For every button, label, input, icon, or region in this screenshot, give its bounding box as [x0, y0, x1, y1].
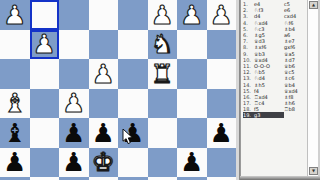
square-e2[interactable]	[89, 0, 119, 30]
move-white[interactable]: g3	[254, 112, 284, 118]
square-b6[interactable]	[177, 118, 207, 148]
move-white[interactable]: ♗xf6	[254, 44, 284, 50]
square-b2[interactable]: ♟	[177, 0, 207, 30]
square-rank8-sliver	[0, 177, 30, 180]
move-black[interactable]: ♕b4	[284, 82, 306, 88]
move-number: 11.	[243, 63, 254, 69]
move-white[interactable]: e4	[254, 1, 284, 7]
move-white[interactable]: ♗h5	[254, 82, 284, 88]
move-row-5: 5.♘c3♗b4	[243, 26, 307, 32]
move-number: 15.	[243, 88, 254, 94]
move-list-panel: 1.e4c52.♘f3e63.d4cxd44.♘xd4♘f65.♘c3♗b46.…	[240, 0, 320, 180]
square-h7[interactable]: ♟	[0, 148, 30, 178]
square-b5[interactable]	[177, 89, 207, 119]
move-number: 16.	[243, 94, 254, 100]
move-row-10: 10.♕xd4♗d7	[243, 57, 307, 63]
move-black[interactable]: c5	[284, 1, 306, 7]
chess-board[interactable]: ♟♟♟♟♟♞♟♜♝♟♝♟♟♟♟♟♟♚♟	[0, 0, 236, 180]
square-c2[interactable]: ♟	[148, 0, 178, 30]
square-rank8-sliver	[30, 177, 60, 180]
square-g7[interactable]	[30, 148, 60, 178]
square-h3[interactable]	[0, 30, 30, 60]
move-black[interactable]: ♕a5	[284, 51, 306, 57]
square-rank8-sliver	[59, 177, 89, 180]
move-row-18: 18.f5♖b8	[243, 106, 307, 112]
black-pawn-d6[interactable]: ♟	[118, 118, 148, 148]
move-row-1: 1.e4c5	[243, 1, 307, 7]
white-bishop-h5[interactable]: ♝	[0, 89, 30, 119]
white-pawn-c2[interactable]: ♟	[148, 0, 178, 30]
square-a6[interactable]: ♟	[207, 118, 237, 148]
square-c5[interactable]	[148, 89, 178, 119]
white-pawn-h2[interactable]: ♟	[0, 0, 30, 30]
move-white[interactable]: ♕xd4	[254, 57, 284, 63]
move-white[interactable]: ♕b3	[254, 51, 284, 57]
white-pawn-a2[interactable]: ♟	[207, 0, 237, 30]
scroll-down-icon[interactable]: ▼	[309, 167, 318, 175]
square-c3[interactable]: ♞	[148, 30, 178, 60]
move-list[interactable]: 1.e4c52.♘f3e63.d4cxd44.♘xd4♘f65.♘c3♗b46.…	[243, 1, 307, 119]
move-row-16: 16.♖xd4♗f8	[243, 94, 307, 100]
move-white[interactable]: ♘d4	[254, 75, 284, 81]
move-row-7: 7.♕d3♗e7	[243, 38, 307, 44]
square-g3[interactable]: ♟	[30, 30, 60, 60]
square-e7[interactable]: ♚	[89, 148, 119, 178]
square-e5[interactable]	[89, 89, 119, 119]
move-black[interactable]: ♗h6	[284, 100, 306, 106]
square-a3[interactable]	[207, 30, 237, 60]
move-black[interactable]: ♘f6	[284, 20, 306, 26]
move-number: 13.	[243, 75, 254, 81]
move-number: 6.	[243, 32, 254, 38]
move-number: 3.	[243, 13, 254, 19]
move-number: 1.	[243, 1, 254, 7]
square-a7[interactable]	[207, 148, 237, 178]
black-pawn-e6[interactable]: ♟	[89, 118, 119, 148]
move-number: 12.	[243, 69, 254, 75]
square-a4[interactable]	[207, 59, 237, 89]
square-d2[interactable]	[118, 0, 148, 30]
square-d6[interactable]: ♟	[118, 118, 148, 148]
black-pawn-a6[interactable]: ♟	[207, 118, 237, 148]
move-black[interactable]: ♗f8	[284, 94, 306, 100]
black-pawn-h7[interactable]: ♟	[0, 148, 30, 178]
square-e4[interactable]: ♟	[89, 59, 119, 89]
move-black[interactable]: ♗c6	[284, 75, 306, 81]
square-f7[interactable]: ♟	[59, 148, 89, 178]
move-row-17: 17.♖c4♗h6	[243, 100, 307, 106]
square-c4[interactable]: ♜	[148, 59, 178, 89]
move-row-15: 15.f4♕xd4	[243, 88, 307, 94]
square-b3[interactable]	[177, 30, 207, 60]
square-rank8-sliver	[118, 177, 148, 180]
move-number: 14.	[243, 82, 254, 88]
move-row-19: 19.g3	[243, 112, 307, 118]
square-b7[interactable]: ♟	[177, 148, 207, 178]
white-rook-c4[interactable]: ♜	[148, 59, 178, 89]
move-row-14: 14.♗h5♕b4	[243, 81, 307, 87]
scrollbar-track[interactable]: ▲ ▼	[307, 0, 318, 177]
square-g5[interactable]	[30, 89, 60, 119]
move-number: 8.	[243, 44, 254, 50]
square-g6[interactable]	[30, 118, 60, 148]
move-white[interactable]: f5	[254, 106, 284, 112]
move-white[interactable]: ♘f3	[254, 7, 284, 13]
white-pawn-e4[interactable]: ♟	[89, 59, 119, 89]
move-number: 4.	[243, 20, 254, 26]
square-h6[interactable]: ♝	[0, 118, 30, 148]
square-d4[interactable]	[118, 59, 148, 89]
move-black[interactable]: gxf6	[284, 44, 306, 50]
square-rank8-sliver	[207, 177, 237, 180]
square-f6[interactable]: ♟	[59, 118, 89, 148]
move-white[interactable]: ♘xd4	[254, 20, 284, 26]
square-f2[interactable]	[59, 0, 89, 30]
square-h4[interactable]	[0, 59, 30, 89]
move-row-9: 9.♕b3♕a5	[243, 51, 307, 57]
square-h2[interactable]: ♟	[0, 0, 30, 30]
move-row-12: 12.♘b5♕c5	[243, 69, 307, 75]
move-black[interactable]: ♖b8	[284, 106, 306, 112]
move-number: 7.	[243, 38, 254, 44]
move-black[interactable]: ♕c5	[284, 69, 306, 75]
move-white[interactable]: ♗g5	[254, 32, 284, 38]
black-bishop-h6[interactable]: ♝	[0, 118, 30, 148]
move-row-3: 3.d4cxd4	[243, 13, 307, 19]
square-rank8-sliver	[89, 177, 119, 180]
move-row-4: 4.♘xd4♘f6	[243, 20, 307, 26]
black-pawn-f7[interactable]: ♟	[59, 148, 89, 178]
square-f3[interactable]	[59, 30, 89, 60]
square-f4[interactable]	[59, 59, 89, 89]
move-row-11: 11.O-O-O♕b6	[243, 63, 307, 69]
scroll-up-icon[interactable]: ▲	[309, 1, 318, 9]
move-row-13: 13.♘d4♗c6	[243, 75, 307, 81]
move-black[interactable]: ♕b6	[284, 63, 306, 69]
square-e3[interactable]	[89, 30, 119, 60]
square-rank8-sliver	[148, 177, 178, 180]
square-c7[interactable]	[148, 148, 178, 178]
white-knight-c3[interactable]: ♞	[148, 30, 178, 60]
move-number: 17.	[243, 100, 254, 106]
move-black[interactable]: ♗e7	[284, 38, 306, 44]
move-row-8: 8.♗xf6gxf6	[243, 44, 307, 50]
square-a2[interactable]: ♟	[207, 0, 237, 30]
square-e6[interactable]: ♟	[89, 118, 119, 148]
move-number: 19.	[243, 112, 254, 118]
square-d7[interactable]	[118, 148, 148, 178]
move-white[interactable]: ♖c4	[254, 100, 284, 106]
square-d5[interactable]	[118, 89, 148, 119]
square-g2[interactable]	[30, 0, 60, 30]
window-bottom-edge	[240, 176, 320, 180]
move-number: 10.	[243, 57, 254, 63]
square-rank8-sliver	[177, 177, 207, 180]
move-white[interactable]: d4	[254, 13, 284, 19]
move-number: 2.	[243, 7, 254, 13]
square-c6[interactable]	[148, 118, 178, 148]
move-white[interactable]: ♖xd4	[254, 94, 284, 100]
move-black[interactable]: ♕xd4	[284, 88, 306, 94]
square-h5[interactable]: ♝	[0, 89, 30, 119]
white-pawn-f5[interactable]: ♟	[59, 89, 89, 119]
move-number: 9.	[243, 51, 254, 57]
square-d3[interactable]	[118, 30, 148, 60]
square-a5[interactable]	[207, 89, 237, 119]
move-black[interactable]: a6	[284, 32, 306, 38]
square-b4[interactable]	[177, 59, 207, 89]
move-row-2: 2.♘f3e6	[243, 7, 307, 13]
move-white[interactable]: O-O-O	[254, 63, 284, 69]
move-number: 18.	[243, 106, 254, 112]
black-pawn-f6[interactable]: ♟	[59, 118, 89, 148]
white-king-e7[interactable]: ♚	[89, 148, 119, 178]
square-g4[interactable]	[30, 59, 60, 89]
move-white[interactable]: ♘b5	[254, 69, 284, 75]
move-row-6: 6.♗g5a6	[243, 32, 307, 38]
move-white[interactable]: ♘c3	[254, 26, 284, 32]
move-number: 5.	[243, 26, 254, 32]
move-white[interactable]: ♕d3	[254, 38, 284, 44]
black-pawn-b7[interactable]: ♟	[177, 148, 207, 178]
white-pawn-g3[interactable]: ♟	[30, 30, 60, 60]
white-pawn-b2[interactable]: ♟	[177, 0, 207, 30]
move-black[interactable]: ♗b4	[284, 26, 306, 32]
move-black[interactable]: cxd4	[284, 13, 306, 19]
move-black[interactable]: ♗d7	[284, 57, 306, 63]
square-f5[interactable]: ♟	[59, 89, 89, 119]
move-white[interactable]: f4	[254, 88, 284, 94]
move-black[interactable]: e6	[284, 7, 306, 13]
